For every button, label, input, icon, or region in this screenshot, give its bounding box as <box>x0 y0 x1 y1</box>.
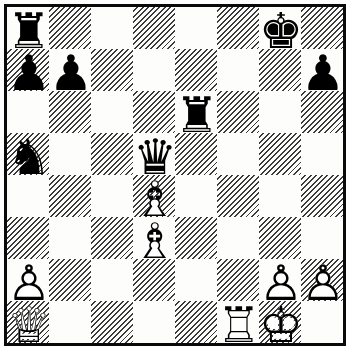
square-c2[interactable] <box>91 259 133 301</box>
square-e8[interactable] <box>175 7 217 49</box>
square-d5[interactable]: ♛ <box>133 133 175 175</box>
square-e1[interactable] <box>175 301 217 343</box>
square-f6[interactable] <box>217 91 259 133</box>
square-d2[interactable] <box>133 259 175 301</box>
board-frame: ♜♚♟︎♟︎♟︎♜♞♛♝♗♝♗♟︎♙♟︎♙♟︎♙♛♕♜♖♚♔ <box>4 4 346 346</box>
square-e2[interactable] <box>175 259 217 301</box>
square-a3[interactable] <box>7 217 49 259</box>
piece-black-knight-a5: ♞ <box>7 133 49 175</box>
square-h2[interactable]: ♟︎♙ <box>301 259 343 301</box>
square-c8[interactable] <box>91 7 133 49</box>
square-c7[interactable] <box>91 49 133 91</box>
square-d1[interactable] <box>133 301 175 343</box>
square-g3[interactable] <box>259 217 301 259</box>
white-piece-outline-layer: ♖ <box>217 301 261 350</box>
piece-white-bishop-d3: ♝♗ <box>133 217 175 259</box>
square-c3[interactable] <box>91 217 133 259</box>
square-h5[interactable] <box>301 133 343 175</box>
square-b2[interactable] <box>49 259 91 301</box>
square-a4[interactable] <box>7 175 49 217</box>
square-f7[interactable] <box>217 49 259 91</box>
square-g8[interactable]: ♚ <box>259 7 301 49</box>
square-a1[interactable]: ♛♕ <box>7 301 49 343</box>
square-d8[interactable] <box>133 7 175 49</box>
square-c6[interactable] <box>91 91 133 133</box>
square-b7[interactable]: ♟︎ <box>49 49 91 91</box>
piece-black-rook-a8: ♜ <box>7 7 49 49</box>
square-g2[interactable]: ♟︎♙ <box>259 259 301 301</box>
square-b8[interactable] <box>49 7 91 49</box>
square-g6[interactable] <box>259 91 301 133</box>
square-h3[interactable] <box>301 217 343 259</box>
square-e6[interactable]: ♜ <box>175 91 217 133</box>
square-a6[interactable] <box>7 91 49 133</box>
piece-black-rook-e6: ♜ <box>175 91 217 133</box>
square-h4[interactable] <box>301 175 343 217</box>
square-g5[interactable] <box>259 133 301 175</box>
square-h6[interactable] <box>301 91 343 133</box>
square-h8[interactable] <box>301 7 343 49</box>
piece-white-bishop-d4: ♝♗ <box>133 175 175 217</box>
square-e3[interactable] <box>175 217 217 259</box>
board-grid: ♜♚♟︎♟︎♟︎♜♞♛♝♗♝♗♟︎♙♟︎♙♟︎♙♛♕♜♖♚♔ <box>7 7 343 343</box>
square-a2[interactable]: ♟︎♙ <box>7 259 49 301</box>
square-d3[interactable]: ♝♗ <box>133 217 175 259</box>
square-b5[interactable] <box>49 133 91 175</box>
white-piece-outline-layer: ♔ <box>259 301 303 350</box>
square-a5[interactable]: ♞ <box>7 133 49 175</box>
piece-black-pawn-h7: ♟︎ <box>301 49 343 91</box>
square-g1[interactable]: ♚♔ <box>259 301 301 343</box>
piece-white-king-g1: ♚♔ <box>259 301 301 343</box>
piece-white-pawn-g2: ♟︎♙ <box>259 259 301 301</box>
square-f2[interactable] <box>217 259 259 301</box>
square-g7[interactable] <box>259 49 301 91</box>
square-f3[interactable] <box>217 217 259 259</box>
piece-black-pawn-b7: ♟︎ <box>49 49 91 91</box>
square-b4[interactable] <box>49 175 91 217</box>
square-e5[interactable] <box>175 133 217 175</box>
square-g4[interactable] <box>259 175 301 217</box>
square-e7[interactable] <box>175 49 217 91</box>
square-d7[interactable] <box>133 49 175 91</box>
square-a7[interactable]: ♟︎ <box>7 49 49 91</box>
square-h7[interactable]: ♟︎ <box>301 49 343 91</box>
square-a8[interactable]: ♜ <box>7 7 49 49</box>
piece-white-queen-a1: ♛♕ <box>7 301 49 343</box>
chess-diagram: ♜♚♟︎♟︎♟︎♜♞♛♝♗♝♗♟︎♙♟︎♙♟︎♙♛♕♜♖♚♔ <box>0 0 350 350</box>
piece-black-king-g8: ♚ <box>259 7 301 49</box>
square-f1[interactable]: ♜♖ <box>217 301 259 343</box>
square-f5[interactable] <box>217 133 259 175</box>
square-d6[interactable] <box>133 91 175 133</box>
white-piece-outline-layer: ♕ <box>7 301 51 350</box>
square-b3[interactable] <box>49 217 91 259</box>
square-f4[interactable] <box>217 175 259 217</box>
piece-black-pawn-a7: ♟︎ <box>7 49 49 91</box>
square-f8[interactable] <box>217 7 259 49</box>
square-e4[interactable] <box>175 175 217 217</box>
piece-white-rook-f1: ♜♖ <box>217 301 259 343</box>
square-c4[interactable] <box>91 175 133 217</box>
piece-black-queen-d5: ♛ <box>133 133 175 175</box>
square-b6[interactable] <box>49 91 91 133</box>
square-c5[interactable] <box>91 133 133 175</box>
square-h1[interactable] <box>301 301 343 343</box>
square-c1[interactable] <box>91 301 133 343</box>
square-d4[interactable]: ♝♗ <box>133 175 175 217</box>
piece-white-pawn-h2: ♟︎♙ <box>301 259 343 301</box>
piece-white-pawn-a2: ♟︎♙ <box>7 259 49 301</box>
square-b1[interactable] <box>49 301 91 343</box>
